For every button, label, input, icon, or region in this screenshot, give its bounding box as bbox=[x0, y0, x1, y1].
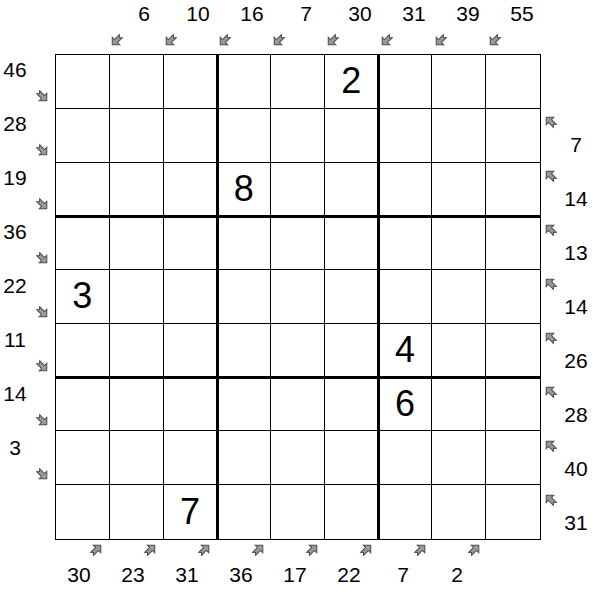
clue-top-c7: 31 bbox=[379, 0, 433, 54]
cell-r3c8[interactable] bbox=[432, 163, 486, 217]
sudoku-board: 283467 bbox=[55, 54, 541, 540]
arrow-down-left-icon bbox=[488, 29, 506, 47]
cell-r1c5[interactable] bbox=[271, 55, 325, 109]
cell-r1c4[interactable] bbox=[217, 55, 271, 109]
cell-r6c2[interactable] bbox=[110, 324, 164, 378]
clue-sum-label: 14 bbox=[0, 381, 30, 407]
cell-r2c7[interactable] bbox=[379, 109, 433, 163]
cell-r8c7[interactable] bbox=[379, 431, 433, 485]
cell-r9c6[interactable] bbox=[325, 485, 379, 539]
arrow-up-right-icon bbox=[355, 543, 373, 561]
cell-r3c3[interactable] bbox=[164, 163, 218, 217]
clue-top-c5: 7 bbox=[271, 0, 325, 54]
cell-r8c5[interactable] bbox=[271, 431, 325, 485]
clue-sum-label: 31 bbox=[399, 1, 429, 27]
box-border-horizontal-1 bbox=[56, 215, 540, 218]
given-digit-r5c1: 3 bbox=[56, 270, 110, 324]
arrow-up-left-icon bbox=[544, 493, 562, 511]
clue-top-c6: 30 bbox=[325, 0, 379, 54]
given-digit-r6c7: 4 bbox=[379, 324, 433, 378]
arrow-up-right-icon bbox=[85, 543, 103, 561]
given-digit-r9c3: 7 bbox=[164, 485, 218, 539]
cell-r7c2[interactable] bbox=[110, 378, 164, 432]
clue-left-r6: 11 bbox=[0, 324, 55, 378]
clue-right-r6: 26 bbox=[540, 324, 595, 378]
clue-left-r4: 36 bbox=[0, 216, 55, 270]
cell-r4c1[interactable] bbox=[56, 216, 110, 270]
cell-r5c4[interactable] bbox=[217, 270, 271, 324]
cell-r1c8[interactable] bbox=[432, 55, 486, 109]
clue-top-c4: 16 bbox=[217, 0, 271, 54]
cell-r8c2[interactable] bbox=[110, 431, 164, 485]
arrow-up-left-icon bbox=[544, 439, 562, 457]
cell-r8c1[interactable] bbox=[56, 431, 110, 485]
cell-r5c2[interactable] bbox=[110, 270, 164, 324]
clue-top-c9: 55 bbox=[487, 0, 541, 54]
clue-sum-label: 55 bbox=[507, 1, 537, 27]
clue-sum-label: 7 bbox=[291, 1, 321, 27]
clue-sum-label: 31 bbox=[165, 562, 209, 588]
arrow-down-right-icon bbox=[31, 193, 49, 211]
cell-r5c7[interactable] bbox=[379, 270, 433, 324]
cell-r8c9[interactable] bbox=[486, 431, 540, 485]
cell-r1c2[interactable] bbox=[110, 55, 164, 109]
given-digit-r3c4: 8 bbox=[217, 163, 271, 217]
clue-sum-label: 10 bbox=[183, 1, 213, 27]
cell-r8c4[interactable] bbox=[217, 431, 271, 485]
cell-r1c9[interactable] bbox=[486, 55, 540, 109]
clue-bottom-c7: 7 bbox=[379, 540, 433, 595]
arrow-down-left-icon bbox=[164, 29, 182, 47]
cell-r3c7[interactable] bbox=[379, 163, 433, 217]
clue-bottom-c2: 23 bbox=[109, 540, 163, 595]
clue-left-r2: 28 bbox=[0, 108, 55, 162]
clue-sum-label: 26 bbox=[560, 348, 592, 374]
clue-sum-label: 7 bbox=[560, 132, 592, 158]
clue-sum-label: 28 bbox=[560, 402, 592, 428]
box-border-horizontal-2 bbox=[56, 376, 540, 379]
clue-right-r3: 14 bbox=[540, 162, 595, 216]
cell-r3c9[interactable] bbox=[486, 163, 540, 217]
cell-r2c1[interactable] bbox=[56, 109, 110, 163]
cell-r4c9[interactable] bbox=[486, 216, 540, 270]
box-border-vertical-1 bbox=[216, 55, 219, 539]
cell-r7c5[interactable] bbox=[271, 378, 325, 432]
box-border-vertical-2 bbox=[377, 55, 380, 539]
cell-r4c5[interactable] bbox=[271, 216, 325, 270]
clue-sum-label: 36 bbox=[219, 562, 263, 588]
clue-right-r4: 13 bbox=[540, 216, 595, 270]
clue-bottom-c5: 17 bbox=[271, 540, 325, 595]
arrow-up-right-icon bbox=[301, 543, 319, 561]
clue-sum-label: 30 bbox=[345, 1, 375, 27]
clue-sum-label: 3 bbox=[0, 435, 30, 461]
clue-sum-label: 22 bbox=[0, 273, 30, 299]
cell-r5c9[interactable] bbox=[486, 270, 540, 324]
cell-r1c1[interactable] bbox=[56, 55, 110, 109]
clue-sum-label: 14 bbox=[560, 186, 592, 212]
arrow-down-right-icon bbox=[31, 247, 49, 265]
arrow-up-left-icon bbox=[544, 385, 562, 403]
clue-sum-label: 7 bbox=[381, 562, 425, 588]
clue-top-c2: 6 bbox=[109, 0, 163, 54]
cell-r9c1[interactable] bbox=[56, 485, 110, 539]
cell-r2c2[interactable] bbox=[110, 109, 164, 163]
cell-r4c8[interactable] bbox=[432, 216, 486, 270]
cell-r5c5[interactable] bbox=[271, 270, 325, 324]
clue-sum-label: 30 bbox=[57, 562, 101, 588]
cell-r3c5[interactable] bbox=[271, 163, 325, 217]
cell-r5c6[interactable] bbox=[325, 270, 379, 324]
clue-right-r7: 28 bbox=[540, 378, 595, 432]
cell-r4c6[interactable] bbox=[325, 216, 379, 270]
clue-right-r8: 40 bbox=[540, 432, 595, 486]
clue-sum-label: 16 bbox=[237, 1, 267, 27]
clue-sum-label: 46 bbox=[0, 57, 30, 83]
cell-r4c4[interactable] bbox=[217, 216, 271, 270]
arrow-down-right-icon bbox=[31, 463, 49, 481]
cell-r6c3[interactable] bbox=[164, 324, 218, 378]
clue-left-r3: 19 bbox=[0, 162, 55, 216]
clue-left-r1: 46 bbox=[0, 54, 55, 108]
clue-sum-label: 14 bbox=[560, 294, 592, 320]
clue-sum-label: 23 bbox=[111, 562, 155, 588]
given-digit-r1c6: 2 bbox=[325, 55, 379, 109]
clue-sum-label: 11 bbox=[0, 327, 30, 353]
clue-bottom-c4: 36 bbox=[217, 540, 271, 595]
clue-left-r7: 14 bbox=[0, 378, 55, 432]
arrow-down-right-icon bbox=[31, 139, 49, 157]
arrow-up-right-icon bbox=[193, 543, 211, 561]
cell-r7c3[interactable] bbox=[164, 378, 218, 432]
given-digit-r7c7: 6 bbox=[379, 378, 433, 432]
clue-sum-label: 31 bbox=[560, 510, 592, 536]
cell-r1c3[interactable] bbox=[164, 55, 218, 109]
cell-r2c4[interactable] bbox=[217, 109, 271, 163]
cell-r6c9[interactable] bbox=[486, 324, 540, 378]
cell-r9c5[interactable] bbox=[271, 485, 325, 539]
clue-right-r2: 7 bbox=[540, 108, 595, 162]
cell-r6c1[interactable] bbox=[56, 324, 110, 378]
arrow-down-right-icon bbox=[31, 301, 49, 319]
clue-sum-label: 2 bbox=[435, 562, 479, 588]
clue-left-r5: 22 bbox=[0, 270, 55, 324]
clue-top-c3: 10 bbox=[163, 0, 217, 54]
clue-bottom-c3: 31 bbox=[163, 540, 217, 595]
arrow-up-left-icon bbox=[544, 169, 562, 187]
cell-r4c7[interactable] bbox=[379, 216, 433, 270]
arrow-up-left-icon bbox=[544, 115, 562, 133]
cell-r2c3[interactable] bbox=[164, 109, 218, 163]
arrow-down-right-icon bbox=[31, 355, 49, 373]
cell-r2c9[interactable] bbox=[486, 109, 540, 163]
cell-r7c8[interactable] bbox=[432, 378, 486, 432]
clue-left-r8: 3 bbox=[0, 432, 55, 486]
clue-bottom-c1: 30 bbox=[55, 540, 109, 595]
cell-r6c5[interactable] bbox=[271, 324, 325, 378]
clue-right-r5: 14 bbox=[540, 270, 595, 324]
cell-r9c7[interactable] bbox=[379, 485, 433, 539]
arrow-up-left-icon bbox=[544, 223, 562, 241]
cell-r8c3[interactable] bbox=[164, 431, 218, 485]
arrow-up-right-icon bbox=[463, 543, 481, 561]
sudoku-grid: 283467 bbox=[56, 55, 540, 539]
arrow-down-left-icon bbox=[110, 29, 128, 47]
arrow-up-right-icon bbox=[247, 543, 265, 561]
cell-r2c5[interactable] bbox=[271, 109, 325, 163]
cell-r8c8[interactable] bbox=[432, 431, 486, 485]
arrow-down-right-icon bbox=[31, 85, 49, 103]
clue-sum-label: 6 bbox=[129, 1, 159, 27]
arrow-down-left-icon bbox=[434, 29, 452, 47]
cell-r3c2[interactable] bbox=[110, 163, 164, 217]
cell-r6c4[interactable] bbox=[217, 324, 271, 378]
cell-r4c2[interactable] bbox=[110, 216, 164, 270]
cell-r6c8[interactable] bbox=[432, 324, 486, 378]
clue-sum-label: 22 bbox=[327, 562, 371, 588]
clue-sum-label: 28 bbox=[0, 111, 30, 137]
arrow-down-right-icon bbox=[31, 409, 49, 427]
cell-r7c9[interactable] bbox=[486, 378, 540, 432]
cell-r3c6[interactable] bbox=[325, 163, 379, 217]
clue-sum-label: 40 bbox=[560, 456, 592, 482]
clue-sum-label: 17 bbox=[273, 562, 317, 588]
arrow-down-left-icon bbox=[380, 29, 398, 47]
clue-sum-label: 36 bbox=[0, 219, 30, 245]
arrow-up-right-icon bbox=[139, 543, 157, 561]
little-killer-sudoku-puzzle: 283467 61016730313955 462819362211143 71… bbox=[0, 0, 595, 595]
cell-r8c6[interactable] bbox=[325, 431, 379, 485]
arrow-up-left-icon bbox=[544, 277, 562, 295]
cell-r5c3[interactable] bbox=[164, 270, 218, 324]
cell-r2c8[interactable] bbox=[432, 109, 486, 163]
cell-r7c6[interactable] bbox=[325, 378, 379, 432]
arrow-down-left-icon bbox=[272, 29, 290, 47]
cell-r3c1[interactable] bbox=[56, 163, 110, 217]
cell-r4c3[interactable] bbox=[164, 216, 218, 270]
arrow-down-left-icon bbox=[218, 29, 236, 47]
cell-r7c1[interactable] bbox=[56, 378, 110, 432]
cell-r2c6[interactable] bbox=[325, 109, 379, 163]
arrow-up-right-icon bbox=[409, 543, 427, 561]
cell-r6c6[interactable] bbox=[325, 324, 379, 378]
cell-r5c8[interactable] bbox=[432, 270, 486, 324]
cell-r9c4[interactable] bbox=[217, 485, 271, 539]
arrow-down-left-icon bbox=[326, 29, 344, 47]
given-digit-r9c9 bbox=[486, 485, 540, 539]
arrow-up-left-icon bbox=[544, 331, 562, 349]
clue-sum-label: 39 bbox=[453, 1, 483, 27]
clue-bottom-c6: 22 bbox=[325, 540, 379, 595]
clue-bottom-c8: 2 bbox=[433, 540, 487, 595]
clue-sum-label: 13 bbox=[560, 240, 592, 266]
cell-r1c7[interactable] bbox=[379, 55, 433, 109]
clue-sum-label: 19 bbox=[0, 165, 30, 191]
cell-r9c8[interactable] bbox=[432, 485, 486, 539]
cell-r9c2[interactable] bbox=[110, 485, 164, 539]
cell-r7c4[interactable] bbox=[217, 378, 271, 432]
clue-top-c8: 39 bbox=[433, 0, 487, 54]
clue-right-r9: 31 bbox=[540, 486, 595, 540]
